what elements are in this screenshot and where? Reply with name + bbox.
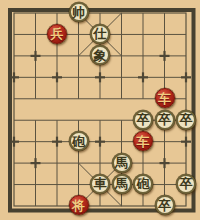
- piece-white-chariot[interactable]: 車: [90, 174, 110, 194]
- piece-character: 卒: [158, 113, 171, 126]
- piece-character: 帅: [72, 5, 85, 18]
- piece-character: 将: [72, 198, 85, 211]
- piece-character: 兵: [51, 27, 64, 40]
- piece-white-advisor[interactable]: 仕: [90, 24, 110, 44]
- piece-character: 卒: [158, 198, 171, 211]
- piece-character: 仕: [94, 27, 107, 40]
- piece-white-pawn[interactable]: 卒: [133, 110, 153, 130]
- piece-white-elephant[interactable]: 象: [90, 45, 110, 65]
- piece-character: 卒: [137, 113, 150, 126]
- pieces-layer: 帅兵仕象车卒卒卒砲车馬車馬砲卒将卒: [3, 2, 197, 216]
- piece-red-chariot[interactable]: 车: [133, 131, 153, 151]
- xiangqi-app: 帅兵仕象车卒卒卒砲车馬車馬砲卒将卒: [0, 0, 200, 220]
- piece-white-horse[interactable]: 馬: [112, 153, 132, 173]
- piece-red-pawn[interactable]: 兵: [47, 24, 67, 44]
- piece-character: 馬: [115, 177, 128, 190]
- piece-white-horse[interactable]: 馬: [112, 174, 132, 194]
- piece-white-pawn[interactable]: 卒: [176, 174, 196, 194]
- piece-white-pawn[interactable]: 卒: [155, 110, 175, 130]
- piece-white-cannon[interactable]: 砲: [133, 174, 153, 194]
- piece-character: 卒: [180, 113, 193, 126]
- piece-character: 馬: [115, 156, 128, 169]
- piece-red-chariot[interactable]: 车: [155, 88, 175, 108]
- piece-character: 象: [94, 48, 107, 61]
- piece-character: 车: [158, 91, 171, 104]
- piece-red-general[interactable]: 将: [69, 195, 89, 215]
- piece-white-pawn[interactable]: 卒: [155, 195, 175, 215]
- piece-white-cannon[interactable]: 砲: [69, 131, 89, 151]
- piece-character: 车: [137, 134, 150, 147]
- piece-character: 砲: [137, 177, 150, 190]
- piece-character: 車: [94, 177, 107, 190]
- piece-character: 卒: [180, 177, 193, 190]
- piece-white-pawn[interactable]: 卒: [176, 110, 196, 130]
- piece-white-general[interactable]: 帅: [69, 2, 89, 22]
- piece-character: 砲: [72, 134, 85, 147]
